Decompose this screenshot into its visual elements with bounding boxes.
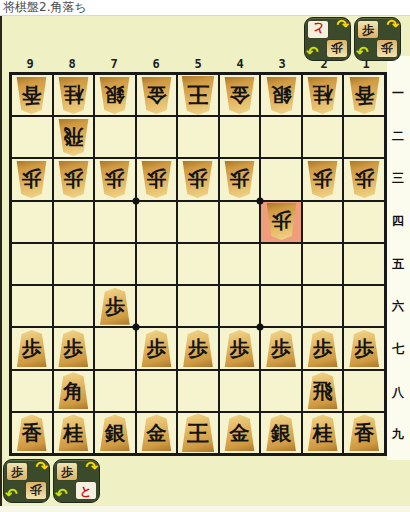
board-cell-8-6[interactable] (54, 286, 94, 326)
board-cell-7-1[interactable]: 銀 (95, 75, 135, 115)
piece-香-sente: 香 (348, 414, 381, 451)
board-cell-2-1[interactable]: 桂 (303, 75, 343, 115)
piece-歩-sente: 歩 (348, 330, 381, 367)
board-cell-6-1[interactable]: 金 (137, 75, 177, 115)
board-cell-3-7[interactable]: 歩 (261, 328, 301, 368)
board-cell-4-4[interactable] (220, 202, 260, 242)
board-cell-4-7[interactable]: 歩 (220, 328, 260, 368)
app-screen: 将棋盤2.角落ち 987654321 一二三四五六七八九 香桂銀金王金銀桂香飛歩… (0, 0, 410, 512)
board-cell-1-3[interactable]: 歩 (344, 159, 384, 199)
rank-label: 六 (388, 285, 408, 328)
piece-銀-gote: 銀 (265, 77, 298, 114)
board-cell-9-1[interactable]: 香 (12, 75, 52, 115)
board-cell-5-1[interactable]: 王 (178, 75, 218, 115)
board-cell-8-7[interactable]: 歩 (54, 328, 94, 368)
board-cell-9-3[interactable]: 歩 (12, 159, 52, 199)
rank-label: 八 (388, 371, 408, 414)
piece-銀-sente: 銀 (98, 414, 131, 451)
rotate-cw-arrow-icon: ↷ (386, 18, 399, 33)
piece-歩-gote: 歩 (181, 161, 214, 198)
star-point (257, 197, 264, 204)
board-cell-8-9[interactable]: 桂 (54, 413, 94, 453)
star-point (132, 197, 139, 204)
app-title: 将棋盤2.角落ち (0, 0, 410, 16)
piece-歩-sente: 歩 (306, 330, 339, 367)
gote-flip-toggle-tile1-piece-icon: 歩 (358, 21, 378, 38)
piece-飛-gote: 飛 (57, 119, 90, 156)
board-cell-4-9[interactable]: 金 (220, 413, 260, 453)
board-cell-8-8[interactable]: 角 (54, 371, 94, 411)
board-cell-9-8[interactable] (12, 371, 52, 411)
board-grid: 香桂銀金王金銀桂香飛歩歩歩歩歩歩歩歩歩歩歩歩歩歩歩歩歩歩角飛香桂銀金王金銀桂香 (12, 75, 384, 453)
sente-piece-edit-buttons: 歩歩↷↶歩と↷↶ (3, 459, 100, 503)
shogi-board: 香桂銀金王金銀桂香飛歩歩歩歩歩歩歩歩歩歩歩歩歩歩歩歩歩歩角飛香桂銀金王金銀桂香 (9, 72, 387, 456)
rank-label: 七 (388, 328, 408, 371)
board-cell-1-5[interactable] (344, 244, 384, 284)
board-cell-3-2[interactable] (261, 117, 301, 157)
board-cell-6-9[interactable]: 金 (137, 413, 177, 453)
bottom-edge-decoration (0, 506, 410, 512)
board-cell-7-2[interactable] (95, 117, 135, 157)
piece-香-gote: 香 (15, 77, 48, 114)
piece-桂-sente: 桂 (57, 414, 90, 451)
gote-flip-toggle-tile2-piece-icon: 歩 (377, 40, 397, 57)
board-cell-2-8[interactable]: 飛 (303, 371, 343, 411)
board-cell-5-2[interactable] (178, 117, 218, 157)
board-cell-8-1[interactable]: 桂 (54, 75, 94, 115)
piece-香-gote: 香 (348, 77, 381, 114)
board-cell-8-5[interactable] (54, 244, 94, 284)
left-edge-decoration (0, 16, 2, 512)
piece-歩-gote: 歩 (57, 161, 90, 198)
piece-歩-gote: 歩 (265, 203, 298, 240)
board-cell-4-6[interactable] (220, 286, 260, 326)
rotate-cw-arrow-icon: ↷ (35, 460, 48, 475)
board-cell-2-2[interactable] (303, 117, 343, 157)
piece-歩-gote: 歩 (140, 161, 173, 198)
board-cell-4-5[interactable] (220, 244, 260, 284)
file-label: 4 (219, 57, 261, 71)
rank-label: 三 (388, 157, 408, 200)
gote-promote-toggle-tile1-piece-icon: と (308, 21, 328, 38)
board-cell-6-4[interactable] (137, 202, 177, 242)
board-cell-1-7[interactable]: 歩 (344, 328, 384, 368)
board-cell-1-1[interactable]: 香 (344, 75, 384, 115)
piece-歩-sente: 歩 (265, 330, 298, 367)
board-cell-3-1[interactable]: 銀 (261, 75, 301, 115)
file-label: 7 (93, 57, 135, 71)
board-cell-4-2[interactable] (220, 117, 260, 157)
rotate-cw-arrow-icon: ↷ (336, 18, 349, 33)
sente-promote-toggle-button[interactable]: 歩と↷↶ (53, 459, 100, 503)
board-cell-2-4[interactable] (303, 202, 343, 242)
piece-銀-gote: 銀 (98, 77, 131, 114)
piece-香-sente: 香 (15, 414, 48, 451)
file-label: 5 (177, 57, 219, 71)
board-cell-2-5[interactable] (303, 244, 343, 284)
board-cell-7-5[interactable] (95, 244, 135, 284)
board-cell-6-5[interactable] (137, 244, 177, 284)
board-cell-3-5[interactable] (261, 244, 301, 284)
board-cell-9-7[interactable]: 歩 (12, 328, 52, 368)
board-cell-7-7[interactable] (95, 328, 135, 368)
board-cell-3-8[interactable] (261, 371, 301, 411)
piece-飛-sente: 飛 (306, 372, 339, 409)
rank-labels: 一二三四五六七八九 (388, 72, 408, 456)
gote-promote-toggle-button[interactable]: と歩↷↶ (304, 17, 351, 61)
rank-label: 五 (388, 243, 408, 286)
sente-promote-toggle-tile2-piece-icon: と (76, 482, 96, 499)
board-cell-6-2[interactable] (137, 117, 177, 157)
piece-金-sente: 金 (223, 414, 256, 451)
board-cell-3-3[interactable] (261, 159, 301, 199)
board-cell-8-2[interactable]: 飛 (54, 117, 94, 157)
piece-歩-gote: 歩 (223, 161, 256, 198)
board-cell-1-4[interactable] (344, 202, 384, 242)
board-cell-7-4[interactable] (95, 202, 135, 242)
board-cell-9-5[interactable] (12, 244, 52, 284)
board-cell-9-6[interactable] (12, 286, 52, 326)
sente-promote-toggle-tile1-piece-icon: 歩 (57, 463, 77, 480)
rank-label: 九 (388, 413, 408, 456)
board-cell-9-4[interactable] (12, 202, 52, 242)
board-cell-7-3[interactable]: 歩 (95, 159, 135, 199)
piece-王-sente: 王 (180, 413, 216, 452)
gote-flip-toggle-button[interactable]: 歩歩↷↶ (354, 17, 401, 61)
board-cell-6-7[interactable]: 歩 (137, 328, 177, 368)
board-cell-5-4[interactable] (178, 202, 218, 242)
board-cell-1-8[interactable] (344, 371, 384, 411)
board-cell-1-6[interactable] (344, 286, 384, 326)
piece-金-sente: 金 (140, 414, 173, 451)
file-label: 3 (261, 57, 303, 71)
piece-歩-gote: 歩 (15, 161, 48, 198)
board-cell-6-6[interactable] (137, 286, 177, 326)
sente-flip-toggle-tile2-piece-icon: 歩 (26, 482, 46, 499)
piece-銀-sente: 銀 (265, 414, 298, 451)
piece-王-gote: 王 (180, 76, 216, 115)
board-cell-5-9[interactable]: 王 (178, 413, 218, 453)
sente-flip-toggle-button[interactable]: 歩歩↷↶ (3, 459, 50, 503)
rank-label: 一 (388, 72, 408, 115)
piece-歩-gote: 歩 (348, 161, 381, 198)
piece-歩-sente: 歩 (15, 330, 48, 367)
board-cell-7-6[interactable]: 歩 (95, 286, 135, 326)
board-cell-7-9[interactable]: 銀 (95, 413, 135, 453)
board-cell-5-7[interactable]: 歩 (178, 328, 218, 368)
board-cell-5-5[interactable] (178, 244, 218, 284)
rank-label: 二 (388, 115, 408, 158)
board-cell-5-8[interactable] (178, 371, 218, 411)
gote-promote-toggle-tile2-piece-icon: 歩 (327, 40, 347, 57)
piece-桂-gote: 桂 (306, 77, 339, 114)
board-cell-4-8[interactable] (220, 371, 260, 411)
piece-歩-sente: 歩 (181, 330, 214, 367)
file-label: 8 (51, 57, 93, 71)
board-cell-1-9[interactable]: 香 (344, 413, 384, 453)
piece-角-sente: 角 (57, 372, 90, 409)
sente-flip-toggle-tile1-piece-icon: 歩 (7, 463, 27, 480)
piece-桂-gote: 桂 (57, 77, 90, 114)
board-cell-2-3[interactable]: 歩 (303, 159, 343, 199)
rotate-cw-arrow-icon: ↷ (85, 460, 98, 475)
board-cell-8-4[interactable] (54, 202, 94, 242)
board-cell-3-4[interactable]: 歩 (261, 202, 301, 242)
board-cell-5-6[interactable] (178, 286, 218, 326)
board-cell-4-1[interactable]: 金 (220, 75, 260, 115)
rotate-ccw-arrow-icon: ↶ (55, 487, 68, 502)
piece-歩-sente: 歩 (98, 288, 131, 325)
board-cell-3-9[interactable]: 銀 (261, 413, 301, 453)
star-point (132, 324, 139, 331)
file-label: 9 (9, 57, 51, 71)
board-cell-2-9[interactable]: 桂 (303, 413, 343, 453)
piece-金-gote: 金 (140, 77, 173, 114)
board-cell-9-9[interactable]: 香 (12, 413, 52, 453)
board-cell-2-6[interactable] (303, 286, 343, 326)
board-cell-4-3[interactable]: 歩 (220, 159, 260, 199)
piece-歩-sente: 歩 (57, 330, 90, 367)
file-label: 6 (135, 57, 177, 71)
board-cell-8-3[interactable]: 歩 (54, 159, 94, 199)
piece-歩-gote: 歩 (306, 161, 339, 198)
rotate-ccw-arrow-icon: ↶ (356, 45, 369, 60)
piece-桂-sente: 桂 (306, 414, 339, 451)
board-cell-5-3[interactable]: 歩 (178, 159, 218, 199)
rank-label: 四 (388, 200, 408, 243)
gote-piece-edit-buttons: と歩↷↶歩歩↷↶ (304, 17, 401, 61)
piece-歩-gote: 歩 (98, 161, 131, 198)
board-cell-1-2[interactable] (344, 117, 384, 157)
board-cell-2-7[interactable]: 歩 (303, 328, 343, 368)
piece-歩-sente: 歩 (223, 330, 256, 367)
piece-歩-sente: 歩 (140, 330, 173, 367)
board-cell-3-6[interactable] (261, 286, 301, 326)
rotate-ccw-arrow-icon: ↶ (5, 487, 18, 502)
rotate-ccw-arrow-icon: ↶ (306, 45, 319, 60)
piece-金-gote: 金 (223, 77, 256, 114)
board-cell-6-3[interactable]: 歩 (137, 159, 177, 199)
board-cell-6-8[interactable] (137, 371, 177, 411)
star-point (257, 324, 264, 331)
board-cell-9-2[interactable] (12, 117, 52, 157)
board-cell-7-8[interactable] (95, 371, 135, 411)
